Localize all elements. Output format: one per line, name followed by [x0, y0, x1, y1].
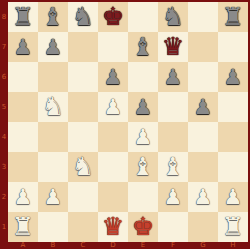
square-a5[interactable] — [8, 92, 38, 122]
file-label-c: C — [68, 241, 98, 249]
piece-black-queen[interactable]: ♛ — [158, 32, 188, 62]
square-g1[interactable] — [188, 212, 218, 242]
square-h2[interactable]: ♟ — [218, 182, 248, 212]
square-c8[interactable]: ♞ — [68, 2, 98, 32]
chess-board-frame: ♜♝♞♚♞♜♟♟♝♛♟♟♟♞♟♟♟♟♞♝♝♟♟♟♟♟♜♛♚♜ 87654321A… — [0, 0, 250, 249]
piece-white-pawn[interactable]: ♟ — [38, 182, 68, 212]
square-f2[interactable]: ♟ — [158, 182, 188, 212]
square-d2[interactable] — [98, 182, 128, 212]
piece-black-rook[interactable]: ♜ — [8, 2, 38, 32]
chess-board: ♜♝♞♚♞♜♟♟♝♛♟♟♟♞♟♟♟♟♞♝♝♟♟♟♟♟♜♛♚♜ — [8, 2, 248, 242]
square-f6[interactable]: ♟ — [158, 62, 188, 92]
piece-white-pawn[interactable]: ♟ — [98, 92, 128, 122]
piece-black-bishop[interactable]: ♝ — [128, 32, 158, 62]
rank-label-8: 8 — [0, 2, 8, 32]
square-h1[interactable]: ♜ — [218, 212, 248, 242]
square-f5[interactable] — [158, 92, 188, 122]
rank-label-1: 1 — [0, 212, 8, 242]
square-f1[interactable] — [158, 212, 188, 242]
square-a4[interactable] — [8, 122, 38, 152]
square-g2[interactable]: ♟ — [188, 182, 218, 212]
square-e8[interactable] — [128, 2, 158, 32]
square-g5[interactable]: ♟ — [188, 92, 218, 122]
square-f4[interactable] — [158, 122, 188, 152]
square-e5[interactable]: ♟ — [128, 92, 158, 122]
square-e4[interactable]: ♟ — [128, 122, 158, 152]
file-label-f: F — [158, 241, 188, 249]
piece-white-pawn[interactable]: ♟ — [188, 182, 218, 212]
rank-label-5: 5 — [0, 92, 8, 122]
square-b7[interactable]: ♟ — [38, 32, 68, 62]
square-d5[interactable]: ♟ — [98, 92, 128, 122]
piece-white-queen[interactable]: ♛ — [98, 212, 128, 242]
square-c4[interactable] — [68, 122, 98, 152]
square-c3[interactable]: ♞ — [68, 152, 98, 182]
square-a3[interactable] — [8, 152, 38, 182]
square-h8[interactable]: ♜ — [218, 2, 248, 32]
square-c1[interactable] — [68, 212, 98, 242]
piece-white-knight[interactable]: ♞ — [38, 92, 68, 122]
file-label-d: D — [98, 241, 128, 249]
square-h4[interactable] — [218, 122, 248, 152]
rank-label-4: 4 — [0, 122, 8, 152]
square-b3[interactable] — [38, 152, 68, 182]
rank-label-7: 7 — [0, 32, 8, 62]
square-c7[interactable] — [68, 32, 98, 62]
square-a1[interactable]: ♜ — [8, 212, 38, 242]
square-e3[interactable]: ♝ — [128, 152, 158, 182]
square-d4[interactable] — [98, 122, 128, 152]
square-g7[interactable] — [188, 32, 218, 62]
square-d8[interactable]: ♚ — [98, 2, 128, 32]
square-a7[interactable]: ♟ — [8, 32, 38, 62]
piece-white-bishop[interactable]: ♝ — [158, 152, 188, 182]
piece-white-king[interactable]: ♚ — [128, 212, 158, 242]
square-g3[interactable] — [188, 152, 218, 182]
square-a6[interactable] — [8, 62, 38, 92]
rank-label-3: 3 — [0, 152, 8, 182]
square-h5[interactable] — [218, 92, 248, 122]
square-e6[interactable] — [128, 62, 158, 92]
piece-black-rook[interactable]: ♜ — [218, 2, 248, 32]
piece-black-pawn[interactable]: ♟ — [218, 62, 248, 92]
square-h6[interactable]: ♟ — [218, 62, 248, 92]
square-f7[interactable]: ♛ — [158, 32, 188, 62]
piece-black-knight[interactable]: ♞ — [158, 2, 188, 32]
file-label-g: G — [188, 241, 218, 249]
piece-black-king[interactable]: ♚ — [98, 2, 128, 32]
piece-white-rook[interactable]: ♜ — [8, 212, 38, 242]
file-label-a: A — [8, 241, 38, 249]
piece-white-bishop[interactable]: ♝ — [128, 152, 158, 182]
square-h3[interactable] — [218, 152, 248, 182]
file-label-e: E — [128, 241, 158, 249]
file-label-b: B — [38, 241, 68, 249]
square-g6[interactable] — [188, 62, 218, 92]
square-f8[interactable]: ♞ — [158, 2, 188, 32]
piece-black-pawn[interactable]: ♟ — [158, 62, 188, 92]
square-b8[interactable]: ♝ — [38, 2, 68, 32]
square-d6[interactable]: ♟ — [98, 62, 128, 92]
square-a8[interactable]: ♜ — [8, 2, 38, 32]
square-b5[interactable]: ♞ — [38, 92, 68, 122]
square-d1[interactable]: ♛ — [98, 212, 128, 242]
square-e1[interactable]: ♚ — [128, 212, 158, 242]
piece-black-pawn[interactable]: ♟ — [8, 32, 38, 62]
square-b1[interactable] — [38, 212, 68, 242]
piece-black-knight[interactable]: ♞ — [68, 2, 98, 32]
piece-black-pawn[interactable]: ♟ — [188, 92, 218, 122]
square-b2[interactable]: ♟ — [38, 182, 68, 212]
piece-white-pawn[interactable]: ♟ — [218, 182, 248, 212]
piece-white-rook[interactable]: ♜ — [218, 212, 248, 242]
square-c6[interactable] — [68, 62, 98, 92]
square-d3[interactable] — [98, 152, 128, 182]
piece-black-pawn[interactable]: ♟ — [98, 62, 128, 92]
piece-white-pawn[interactable]: ♟ — [128, 122, 158, 152]
square-f3[interactable]: ♝ — [158, 152, 188, 182]
square-c5[interactable] — [68, 92, 98, 122]
piece-black-pawn[interactable]: ♟ — [128, 92, 158, 122]
square-g4[interactable] — [188, 122, 218, 152]
file-label-h: H — [218, 241, 248, 249]
square-g8[interactable] — [188, 2, 218, 32]
rank-label-2: 2 — [0, 182, 8, 212]
square-c2[interactable] — [68, 182, 98, 212]
rank-label-6: 6 — [0, 62, 8, 92]
square-a2[interactable]: ♟ — [8, 182, 38, 212]
piece-white-pawn[interactable]: ♟ — [158, 182, 188, 212]
piece-white-knight[interactable]: ♞ — [68, 152, 98, 182]
square-h7[interactable] — [218, 32, 248, 62]
square-b4[interactable] — [38, 122, 68, 152]
piece-white-pawn[interactable]: ♟ — [8, 182, 38, 212]
piece-black-bishop[interactable]: ♝ — [38, 2, 68, 32]
square-b6[interactable] — [38, 62, 68, 92]
piece-black-pawn[interactable]: ♟ — [38, 32, 68, 62]
square-e7[interactable]: ♝ — [128, 32, 158, 62]
square-e2[interactable] — [128, 182, 158, 212]
square-d7[interactable] — [98, 32, 128, 62]
